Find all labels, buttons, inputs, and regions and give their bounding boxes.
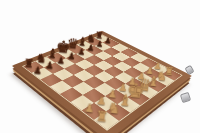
playing-field: ♜♟♟♜♞♟♟♞♝♟♟♝♛♟♟♛♚♟♟♚♝♟♟♝♞♟♟♞♜♟♟♜ xyxy=(22,34,183,130)
black-pawn: ♟ xyxy=(45,61,54,71)
black-pawn: ♟ xyxy=(56,56,65,66)
product-photo-scene: ♜♟♟♜♞♟♟♞♝♟♟♝♛♟♟♛♚♟♟♚♝♟♟♝♞♟♟♞♜♟♟♜ xyxy=(0,0,200,133)
black-pawn: ♟ xyxy=(104,37,112,45)
square xyxy=(41,74,63,87)
black-pawn: ♟ xyxy=(96,40,104,49)
white-pawn: ♟ xyxy=(96,96,107,108)
white-pawn: ♟ xyxy=(84,103,95,115)
brass-clasp-lower-icon xyxy=(180,92,191,103)
black-pawn: ♟ xyxy=(87,44,95,53)
black-pawn: ♟ xyxy=(67,52,76,61)
white-rook: ♜ xyxy=(95,109,109,124)
black-pawn: ♟ xyxy=(77,48,85,57)
black-pawn: ♟ xyxy=(33,66,43,76)
board-top-frame: ♜♟♟♜♞♟♟♞♝♟♟♝♛♟♟♛♚♟♟♚♝♟♟♝♞♟♟♞♜♟♟♜ xyxy=(12,31,192,133)
chess-board: ♜♟♟♜♞♟♟♞♝♟♟♝♛♟♟♛♚♟♟♚♝♟♟♝♞♟♟♞♜♟♟♜ xyxy=(12,31,192,133)
